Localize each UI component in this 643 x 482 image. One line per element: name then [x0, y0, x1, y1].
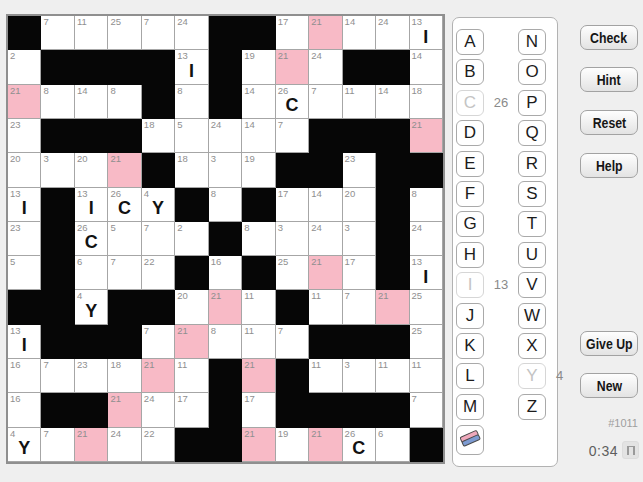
letter-button-X[interactable]: X [518, 333, 546, 359]
grid-cell[interactable]: 21 [175, 325, 208, 359]
grid-cell-black [75, 325, 108, 359]
grid-cell[interactable]: 14 [242, 119, 275, 153]
grid-cell[interactable]: 13I [175, 50, 208, 84]
cell-code-number: 8 [244, 223, 249, 233]
grid-cell[interactable]: 21 [242, 428, 275, 462]
grid-cell[interactable]: 18 [175, 153, 208, 187]
grid-cell[interactable]: 8 [175, 85, 208, 119]
grid-cell[interactable]: 13I [8, 325, 41, 359]
letter-button-I[interactable]: I [456, 272, 484, 298]
grid-cell[interactable]: 11 [410, 359, 443, 393]
grid-cell-black [41, 222, 74, 256]
grid-cell[interactable]: 3 [343, 359, 376, 393]
letter-panel-row: JW [453, 303, 559, 330]
cell-code-number: 20 [177, 291, 188, 301]
grid-cell[interactable]: 8 [41, 85, 74, 119]
cell-code-number: 3 [345, 360, 350, 370]
cell-code-number: 17 [177, 394, 188, 404]
grid-cell[interactable]: 3 [41, 153, 74, 187]
letter-panel-row: DQ [453, 120, 559, 147]
letter-button-O[interactable]: O [518, 59, 546, 85]
grid-cell-black [376, 50, 409, 84]
cell-code-number: 7 [144, 17, 149, 27]
grid-cell[interactable]: 11 [343, 85, 376, 119]
cell-code-number: 2 [10, 51, 15, 61]
grid-cell[interactable]: 23 [75, 359, 108, 393]
cell-code-number: 24 [177, 17, 188, 27]
letter-button-B[interactable]: B [456, 59, 484, 85]
grid-cell[interactable]: 18 [410, 85, 443, 119]
cell-code-number: 21 [244, 360, 255, 370]
grid-cell-black [309, 393, 342, 427]
grid-cell[interactable]: 24 [309, 50, 342, 84]
grid-cell-black [41, 119, 74, 153]
grid-cell[interactable]: 24 [309, 222, 342, 256]
letter-panel-row: I13V [453, 272, 559, 299]
grid-cell[interactable]: 3 [209, 153, 242, 187]
cell-letter: Y [75, 299, 107, 323]
cell-code-number: 18 [110, 360, 121, 370]
cell-code-number: 11 [244, 291, 254, 301]
grid-cell[interactable]: 13I [410, 256, 443, 290]
grid-cell-black [175, 188, 208, 222]
grid-cell[interactable]: 21 [410, 119, 443, 153]
grid-cell[interactable]: 19 [276, 428, 309, 462]
grid-cell[interactable]: 17 [343, 256, 376, 290]
letter-panel-row: AN [453, 29, 559, 56]
grid-cell[interactable]: 22 [142, 256, 175, 290]
grid-cell-black [376, 153, 409, 187]
grid-cell[interactable]: 25 [410, 325, 443, 359]
grid-cell-black [376, 393, 409, 427]
cell-code-number: 3 [278, 223, 283, 233]
grid-cell-black [276, 153, 309, 187]
letter-panel-row: HU [453, 242, 559, 269]
cell-code-number: 14 [311, 189, 322, 199]
grid-cell-black [41, 393, 74, 427]
cell-code-number: 16 [211, 257, 222, 267]
grid-cell[interactable]: 14 [75, 85, 108, 119]
grid-cell[interactable]: 21 [309, 16, 342, 50]
cell-letter: Y [142, 197, 174, 221]
new-button[interactable]: New [580, 373, 638, 398]
cell-letter: I [8, 334, 40, 358]
grid-cell[interactable]: 17 [175, 393, 208, 427]
cell-code-number: 8 [43, 86, 48, 96]
grid-cell[interactable]: 7 [410, 393, 443, 427]
letter-button-C[interactable]: C [456, 90, 484, 116]
grid-cell-black [108, 290, 141, 324]
cell-code-number: 25 [412, 326, 423, 336]
cell-code-number: 7 [278, 326, 283, 336]
grid-cell-black [41, 290, 74, 324]
cell-code-number: 6 [378, 429, 383, 439]
grid-cell-black [376, 325, 409, 359]
cell-letter: C [343, 437, 375, 461]
grid-cell[interactable]: 7 [108, 256, 141, 290]
grid-cell[interactable]: 24 [410, 222, 443, 256]
cell-code-number: 8 [110, 86, 115, 96]
cell-code-number: 21 [110, 154, 121, 164]
grid-cell[interactable]: 7 [276, 325, 309, 359]
letter-code-label-C: 26 [486, 90, 516, 116]
grid-cell[interactable]: 5 [175, 119, 208, 153]
grid-cell[interactable]: 7 [343, 290, 376, 324]
give-up-button[interactable]: Give Up [580, 331, 638, 356]
letter-panel-row: C26P [453, 90, 559, 117]
grid-cell[interactable]: 17 [276, 188, 309, 222]
grid-cell[interactable]: 11 [175, 359, 208, 393]
grid-cell[interactable]: 14 [309, 188, 342, 222]
letter-panel: ANBOC26PDQERFSGTHUI13VJWKXLY4MZ [452, 17, 558, 467]
grid-cell[interactable]: 25 [410, 290, 443, 324]
letter-button-P[interactable]: P [518, 90, 546, 116]
grid-cell[interactable]: 21 [309, 256, 342, 290]
cell-code-number: 3 [345, 223, 350, 233]
grid-cell[interactable]: 21 [8, 85, 41, 119]
grid-cell[interactable]: 26C [108, 188, 141, 222]
cell-code-number: 5 [177, 120, 182, 130]
grid-cell[interactable]: 7 [41, 359, 74, 393]
cell-code-number: 14 [412, 51, 423, 61]
cell-code-number: 19 [244, 51, 255, 61]
cell-code-number: 22 [144, 257, 155, 267]
cell-letter: I [75, 197, 107, 221]
cell-code-number: 14 [378, 86, 389, 96]
reset-button[interactable]: Reset [580, 110, 638, 135]
cell-code-number: 24 [311, 223, 322, 233]
letter-button-T[interactable]: T [518, 211, 546, 237]
letter-button-S[interactable]: S [518, 181, 546, 207]
grid-cell[interactable]: 2 [8, 50, 41, 84]
grid-cell[interactable]: 6 [376, 428, 409, 462]
grid-cell-black [376, 119, 409, 153]
cell-code-number: 7 [278, 120, 283, 130]
cell-code-number: 7 [412, 394, 417, 404]
cell-code-number: 25 [278, 257, 289, 267]
grid-cell[interactable]: 7 [142, 222, 175, 256]
grid-cell-black [309, 119, 342, 153]
eraser-button[interactable] [456, 425, 484, 455]
grid-cell[interactable]: 11 [242, 290, 275, 324]
check-button[interactable]: Check [580, 25, 638, 50]
grid-cell[interactable]: 11 [242, 325, 275, 359]
grid-cell[interactable]: 20 [75, 153, 108, 187]
cell-code-number: 7 [43, 429, 48, 439]
cell-code-number: 21 [77, 429, 88, 439]
cell-code-number: 21 [244, 429, 255, 439]
cell-code-number: 20 [345, 189, 356, 199]
letter-panel-row: ER [453, 151, 559, 178]
cell-code-number: 14 [244, 120, 255, 130]
grid-cell-black [175, 428, 208, 462]
letter-button-Y[interactable]: Y [518, 363, 546, 389]
letter-button-E[interactable]: E [456, 151, 484, 177]
grid-cell-black [8, 290, 41, 324]
letter-button-L[interactable]: L [456, 363, 484, 389]
grid-cell[interactable]: 8 [209, 325, 242, 359]
letter-button-Q[interactable]: Q [518, 120, 546, 146]
grid-cell[interactable]: 21 [209, 290, 242, 324]
grid-cell[interactable]: 24 [209, 119, 242, 153]
grid-cell-black [343, 325, 376, 359]
grid-cell[interactable]: 11 [376, 359, 409, 393]
help-button-label: Help [596, 157, 623, 174]
grid-cell[interactable]: 26C [276, 85, 309, 119]
cell-code-number: 3 [43, 154, 48, 164]
cell-code-number: 21 [311, 257, 322, 267]
grid-cell[interactable]: 21 [75, 428, 108, 462]
grid-cell[interactable]: 7 [142, 325, 175, 359]
grid-cell-black [276, 393, 309, 427]
cell-code-number: 21 [211, 291, 222, 301]
grid-cell-black [175, 256, 208, 290]
codeword-grid: 711257241721142413I213I19212414218148814… [6, 14, 445, 464]
grid-cell[interactable]: 24 [108, 428, 141, 462]
grid-cell-black [309, 153, 342, 187]
cell-code-number: 24 [311, 51, 322, 61]
grid-cell[interactable]: 19 [242, 153, 275, 187]
grid-cell[interactable]: 14 [242, 85, 275, 119]
grid-cell-black [209, 50, 242, 84]
cell-code-number: 17 [244, 394, 255, 404]
grid-cell-black [376, 188, 409, 222]
grid-cell[interactable]: 11 [75, 16, 108, 50]
letter-button-H[interactable]: H [456, 242, 484, 268]
letter-button-D[interactable]: D [456, 120, 484, 146]
grid-cell[interactable]: 3 [343, 222, 376, 256]
cell-code-number: 21 [144, 360, 155, 370]
cell-code-number: 19 [278, 429, 289, 439]
grid-cell[interactable]: 23 [343, 153, 376, 187]
reset-button-label: Reset [592, 114, 626, 131]
cell-code-number: 11 [311, 360, 321, 370]
grid-cell-black [309, 325, 342, 359]
puzzle-number: #1011 [560, 417, 638, 429]
cell-code-number: 24 [110, 429, 121, 439]
grid-cell[interactable]: 26C [343, 428, 376, 462]
letter-panel-row: GT [453, 211, 559, 238]
grid-cell[interactable]: 18 [108, 359, 141, 393]
cell-letter: Y [8, 437, 40, 461]
grid-cell[interactable]: 18 [142, 119, 175, 153]
grid-cell[interactable]: 7 [41, 428, 74, 462]
grid-cell[interactable]: 11 [309, 359, 342, 393]
cell-code-number: 7 [144, 326, 149, 336]
grid-cell-black [75, 50, 108, 84]
grid-cell-black [209, 393, 242, 427]
cell-code-number: 21 [110, 394, 121, 404]
grid-cell-black [343, 119, 376, 153]
codeword-app: 711257241721142413I213I19212414218148814… [0, 0, 643, 482]
eraser-icon [459, 429, 481, 451]
grid-cell[interactable]: 5 [108, 222, 141, 256]
grid-cell[interactable]: 13I [75, 188, 108, 222]
grid-cell[interactable]: 23 [8, 119, 41, 153]
grid-cell-black [343, 393, 376, 427]
grid-cell[interactable]: 20 [175, 290, 208, 324]
grid-cell-black [276, 290, 309, 324]
grid-cell[interactable]: 21 [242, 359, 275, 393]
grid-cell[interactable]: 4Y [8, 428, 41, 462]
cell-code-number: 21 [311, 429, 322, 439]
grid-cell[interactable]: 7 [142, 16, 175, 50]
cell-code-number: 21 [10, 86, 21, 96]
grid-cell[interactable]: 13I [8, 188, 41, 222]
grid-cell[interactable]: 26C [75, 222, 108, 256]
letter-panel-row: MZ [453, 394, 559, 421]
cell-code-number: 17 [345, 257, 356, 267]
grid-cell-black [376, 222, 409, 256]
grid-cell[interactable]: 20 [8, 153, 41, 187]
grid-cell[interactable]: 16 [8, 359, 41, 393]
grid-cell[interactable]: 8 [209, 188, 242, 222]
grid-cell-black [209, 16, 242, 50]
cell-code-number: 23 [345, 154, 356, 164]
cell-code-number: 18 [177, 154, 188, 164]
grid-cell[interactable]: 13I [410, 16, 443, 50]
letter-button-J[interactable]: J [456, 303, 484, 329]
cell-code-number: 8 [211, 189, 216, 199]
cell-code-number: 5 [10, 257, 15, 267]
grid-cell-black [75, 119, 108, 153]
cell-code-number: 20 [10, 154, 21, 164]
grid-cell-black [142, 85, 175, 119]
hint-button-label: Hint [597, 71, 621, 88]
cell-letter: I [8, 197, 40, 221]
grid-cell-black [376, 256, 409, 290]
cell-code-number: 2 [177, 223, 182, 233]
letter-code-label-Y: 4 [556, 363, 572, 389]
letter-panel-row: LY4 [453, 363, 559, 390]
grid-cell[interactable]: 23 [8, 222, 41, 256]
grid-cell[interactable]: 21 [108, 153, 141, 187]
cell-code-number: 7 [345, 291, 350, 301]
grid-cell[interactable]: 17 [242, 393, 275, 427]
grid-cell[interactable]: 21 [142, 359, 175, 393]
cell-code-number: 7 [110, 257, 115, 267]
grid-cell-black [209, 428, 242, 462]
help-button[interactable]: Help [580, 153, 638, 178]
grid-cell[interactable]: 17 [276, 16, 309, 50]
grid-cell-black [242, 16, 275, 50]
grid-cell-black [41, 256, 74, 290]
letter-button-N[interactable]: N [518, 29, 546, 55]
cell-code-number: 11 [412, 360, 422, 370]
grid-cell[interactable]: 22 [142, 428, 175, 462]
cell-code-number: 19 [244, 154, 255, 164]
grid-cell[interactable]: 24 [142, 393, 175, 427]
grid-cell-black [142, 153, 175, 187]
grid-cell[interactable]: 14 [343, 16, 376, 50]
grid-cell[interactable]: 6 [75, 256, 108, 290]
grid-cell[interactable]: 21 [108, 393, 141, 427]
letter-button-Z[interactable]: Z [518, 394, 546, 420]
grid-cell[interactable]: 3 [276, 222, 309, 256]
letter-button-F[interactable]: F [456, 181, 484, 207]
give-up-button-label: Give Up [586, 335, 632, 352]
cell-code-number: 18 [144, 120, 155, 130]
letter-panel-row: FS [453, 181, 559, 208]
letter-button-R[interactable]: R [518, 151, 546, 177]
grid-cell[interactable]: 8 [108, 85, 141, 119]
grid-cell[interactable]: 2 [175, 222, 208, 256]
grid-cell[interactable]: 8 [410, 188, 443, 222]
grid-cell[interactable]: 25 [108, 16, 141, 50]
letter-code-label-I: 13 [486, 272, 516, 298]
letter-button-A[interactable]: A [456, 29, 484, 55]
hint-button[interactable]: Hint [580, 67, 638, 92]
letter-button-U[interactable]: U [518, 242, 546, 268]
cell-letter: I [175, 59, 207, 83]
grid-cell-black [209, 222, 242, 256]
grid-cell[interactable]: 5 [8, 256, 41, 290]
grid-cell[interactable]: 21 [276, 50, 309, 84]
grid-cell[interactable]: 16 [209, 256, 242, 290]
letter-panel-row: KX [453, 333, 559, 360]
grid-cell[interactable]: 11 [309, 290, 342, 324]
cell-code-number: 21 [378, 291, 389, 301]
new-button-label: New [596, 377, 621, 394]
grid-cell[interactable]: 4Y [75, 290, 108, 324]
grid-cell[interactable]: 14 [376, 85, 409, 119]
grid-cell[interactable]: 4Y [142, 188, 175, 222]
grid-cell[interactable]: 24 [175, 16, 208, 50]
grid-cell[interactable]: 24 [376, 16, 409, 50]
cell-code-number: 23 [10, 223, 21, 233]
pause-button[interactable] [622, 441, 639, 459]
cell-code-number: 24 [412, 223, 423, 233]
letter-button-K[interactable]: K [456, 333, 484, 359]
grid-cell-black [209, 85, 242, 119]
cell-code-number: 3 [211, 154, 216, 164]
grid-cell[interactable]: 25 [276, 256, 309, 290]
grid-cell[interactable]: 21 [309, 428, 342, 462]
cell-code-number: 11 [311, 291, 321, 301]
grid-cell[interactable]: 19 [242, 50, 275, 84]
pause-icon [627, 446, 635, 455]
check-button-label: Check [591, 29, 628, 46]
cell-code-number: 21 [412, 120, 423, 130]
grid-cell[interactable]: 8 [242, 222, 275, 256]
grid-cell[interactable]: 20 [343, 188, 376, 222]
letter-button-V[interactable]: V [518, 272, 546, 298]
cell-code-number: 7 [144, 223, 149, 233]
grid-cell[interactable]: 7 [41, 16, 74, 50]
cell-letter: C [108, 197, 140, 221]
cell-code-number: 20 [77, 154, 88, 164]
letter-button-M[interactable]: M [456, 394, 484, 420]
letter-button-W[interactable]: W [518, 303, 546, 329]
cell-code-number: 8 [177, 86, 182, 96]
cell-code-number: 8 [412, 189, 417, 199]
grid-cell[interactable]: 16 [8, 393, 41, 427]
grid-cell[interactable]: 7 [276, 119, 309, 153]
grid-cell-black [108, 50, 141, 84]
grid-cell[interactable]: 21 [376, 290, 409, 324]
cell-letter: C [75, 231, 107, 255]
cell-code-number: 25 [412, 291, 423, 301]
cell-code-number: 11 [77, 17, 87, 27]
cell-code-number: 7 [43, 360, 48, 370]
cell-code-number: 23 [10, 120, 21, 130]
grid-cell[interactable]: 7 [309, 85, 342, 119]
letter-button-G[interactable]: G [456, 211, 484, 237]
grid-cell-black [142, 290, 175, 324]
cell-code-number: 18 [412, 86, 423, 96]
grid-cell[interactable]: 14 [410, 50, 443, 84]
grid-cell-black [75, 393, 108, 427]
